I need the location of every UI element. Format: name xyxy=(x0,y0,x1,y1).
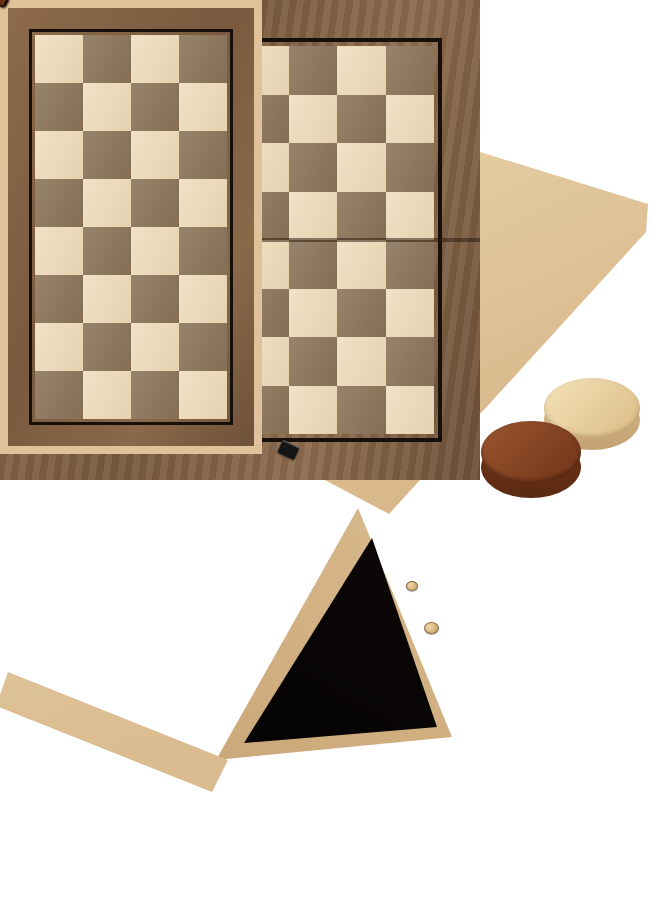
board-square xyxy=(35,323,83,371)
board-square xyxy=(337,386,386,435)
board-square xyxy=(289,289,338,338)
board-square xyxy=(386,386,435,435)
board-square xyxy=(179,179,227,227)
board-square xyxy=(337,337,386,386)
board-square xyxy=(131,131,179,179)
board-square xyxy=(131,35,179,83)
board-square xyxy=(289,46,338,95)
board-square xyxy=(179,323,227,371)
board-square xyxy=(83,35,131,83)
folded-face-squares-grid xyxy=(35,35,227,419)
board-square xyxy=(131,323,179,371)
board-square xyxy=(386,337,435,386)
board-square xyxy=(179,227,227,275)
board-square xyxy=(289,143,338,192)
board-square xyxy=(337,46,386,95)
board-square xyxy=(179,83,227,131)
board-square xyxy=(35,131,83,179)
board-square xyxy=(289,337,338,386)
checker-dark-top xyxy=(481,421,581,483)
board-square xyxy=(337,289,386,338)
board-square xyxy=(35,83,83,131)
board-square xyxy=(131,179,179,227)
board-square xyxy=(386,143,435,192)
board-square xyxy=(83,83,131,131)
checker-piece-dark xyxy=(481,421,581,498)
wooden-latch-pin xyxy=(406,581,418,591)
board-square xyxy=(35,227,83,275)
board-square xyxy=(386,240,435,289)
board-square xyxy=(289,240,338,289)
board-square xyxy=(83,323,131,371)
board-square xyxy=(179,371,227,419)
board-square xyxy=(289,386,338,435)
wooden-latch-pin xyxy=(424,622,439,634)
board-square xyxy=(35,371,83,419)
board-square xyxy=(131,227,179,275)
board-square xyxy=(386,289,435,338)
board-square xyxy=(131,275,179,323)
board-square xyxy=(35,179,83,227)
board-square xyxy=(83,275,131,323)
board-square xyxy=(179,35,227,83)
board-square xyxy=(35,35,83,83)
board-square xyxy=(179,275,227,323)
board-square xyxy=(83,179,131,227)
board-square xyxy=(131,371,179,419)
board-square xyxy=(289,192,338,241)
board-square xyxy=(83,371,131,419)
board-square xyxy=(289,95,338,144)
board-square xyxy=(386,192,435,241)
board-square xyxy=(386,46,435,95)
board-square xyxy=(83,227,131,275)
board-square xyxy=(386,95,435,144)
board-square xyxy=(337,192,386,241)
board-square xyxy=(337,240,386,289)
board-square xyxy=(35,275,83,323)
board-square xyxy=(131,83,179,131)
product-photo-scene: ♜♞♝♛♚♝♞♜♟♟♟♟♟♟♟♟♟♟♟♟♟♟♟♟♜♞♝♛♚♝♞♜♟♟♟♟♟♟♟♜… xyxy=(0,0,660,904)
board-square xyxy=(337,95,386,144)
board-square xyxy=(337,143,386,192)
folded-board-checkered-face xyxy=(0,0,262,454)
board-square xyxy=(83,131,131,179)
board-square xyxy=(179,131,227,179)
